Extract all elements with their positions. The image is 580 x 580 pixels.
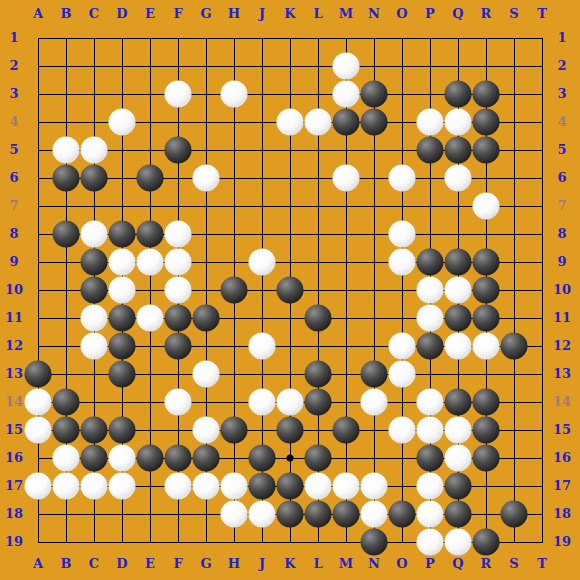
white-stone [389, 333, 416, 360]
white-stone [389, 249, 416, 276]
white-stone [81, 333, 108, 360]
column-label-top: K [278, 6, 302, 22]
column-label-bottom: S [502, 556, 526, 572]
column-label-bottom: G [194, 556, 218, 572]
row-label-left: 17 [2, 478, 26, 494]
white-stone [109, 473, 136, 500]
white-stone [389, 165, 416, 192]
column-label-top: L [306, 6, 330, 22]
white-stone [165, 473, 192, 500]
black-stone [445, 137, 472, 164]
column-label-top: M [334, 6, 358, 22]
column-label-bottom: O [390, 556, 414, 572]
black-stone [277, 417, 304, 444]
white-stone [417, 501, 444, 528]
column-label-bottom: T [530, 556, 554, 572]
row-label-right: 11 [550, 310, 574, 326]
white-stone [109, 445, 136, 472]
black-stone [137, 221, 164, 248]
column-label-bottom: E [138, 556, 162, 572]
row-label-right: 10 [550, 282, 574, 298]
black-stone [501, 333, 528, 360]
black-stone [165, 305, 192, 332]
column-label-top: E [138, 6, 162, 22]
black-stone [473, 137, 500, 164]
column-label-top: P [418, 6, 442, 22]
column-label-top: H [222, 6, 246, 22]
white-stone [445, 529, 472, 556]
row-label-right: 1 [550, 30, 574, 46]
black-stone [81, 249, 108, 276]
black-stone [165, 333, 192, 360]
row-label-right: 13 [550, 366, 574, 382]
row-label-left: 4 [2, 114, 26, 130]
black-stone [53, 165, 80, 192]
white-stone [473, 193, 500, 220]
column-label-bottom: B [54, 556, 78, 572]
row-label-left: 14 [2, 394, 26, 410]
white-stone [165, 249, 192, 276]
white-stone [417, 277, 444, 304]
column-label-top: S [502, 6, 526, 22]
white-stone [445, 165, 472, 192]
black-stone [305, 501, 332, 528]
black-stone [109, 305, 136, 332]
black-stone [473, 109, 500, 136]
white-stone [277, 109, 304, 136]
black-stone [221, 417, 248, 444]
column-label-bottom: Q [446, 556, 470, 572]
black-stone [473, 529, 500, 556]
column-label-top: J [250, 6, 274, 22]
row-label-left: 15 [2, 422, 26, 438]
white-stone [361, 501, 388, 528]
row-label-left: 12 [2, 338, 26, 354]
white-stone [389, 221, 416, 248]
black-stone [445, 389, 472, 416]
white-stone [249, 389, 276, 416]
black-stone [221, 277, 248, 304]
white-stone [221, 473, 248, 500]
row-label-left: 11 [2, 310, 26, 326]
black-stone [361, 361, 388, 388]
white-stone [137, 249, 164, 276]
column-label-top: O [390, 6, 414, 22]
row-label-left: 8 [2, 226, 26, 242]
row-label-right: 19 [550, 534, 574, 550]
white-stone [473, 333, 500, 360]
black-stone [53, 221, 80, 248]
row-label-left: 10 [2, 282, 26, 298]
black-stone [333, 109, 360, 136]
go-board: AABBCCDDEEFFGGHHJJKKLLMMNNOOPPQQRRSSTT11… [0, 0, 580, 580]
black-stone [305, 305, 332, 332]
column-label-top: B [54, 6, 78, 22]
black-stone [473, 389, 500, 416]
black-stone [361, 529, 388, 556]
white-stone [193, 417, 220, 444]
white-stone [305, 473, 332, 500]
column-label-top: T [530, 6, 554, 22]
white-stone [445, 417, 472, 444]
white-stone [81, 305, 108, 332]
black-stone [361, 109, 388, 136]
row-label-left: 18 [2, 506, 26, 522]
column-label-bottom: A [26, 556, 50, 572]
white-stone [193, 165, 220, 192]
black-stone [81, 277, 108, 304]
column-label-top: G [194, 6, 218, 22]
black-stone [81, 165, 108, 192]
row-label-left: 7 [2, 198, 26, 214]
row-label-right: 2 [550, 58, 574, 74]
black-stone [473, 81, 500, 108]
black-stone [473, 445, 500, 472]
black-stone [193, 445, 220, 472]
white-stone [165, 81, 192, 108]
white-stone [249, 249, 276, 276]
black-stone [417, 445, 444, 472]
white-stone [389, 417, 416, 444]
white-stone [25, 417, 52, 444]
column-label-top: Q [446, 6, 470, 22]
row-label-left: 1 [2, 30, 26, 46]
row-label-left: 13 [2, 366, 26, 382]
black-stone [361, 81, 388, 108]
white-stone [417, 389, 444, 416]
column-label-top: R [474, 6, 498, 22]
column-label-bottom: D [110, 556, 134, 572]
black-stone [109, 221, 136, 248]
black-stone [137, 165, 164, 192]
black-stone [277, 501, 304, 528]
row-label-right: 8 [550, 226, 574, 242]
black-stone [445, 305, 472, 332]
black-stone [417, 249, 444, 276]
black-stone [81, 417, 108, 444]
row-label-right: 5 [550, 142, 574, 158]
column-label-bottom: M [334, 556, 358, 572]
column-label-bottom: L [306, 556, 330, 572]
white-stone [361, 473, 388, 500]
white-stone [445, 333, 472, 360]
black-stone [249, 473, 276, 500]
white-stone [333, 165, 360, 192]
white-stone [389, 361, 416, 388]
column-label-bottom: C [82, 556, 106, 572]
row-label-right: 4 [550, 114, 574, 130]
row-label-right: 9 [550, 254, 574, 270]
black-stone [165, 445, 192, 472]
white-stone [25, 473, 52, 500]
black-stone [165, 137, 192, 164]
white-stone [53, 137, 80, 164]
black-stone [137, 445, 164, 472]
white-stone [249, 501, 276, 528]
black-stone [53, 417, 80, 444]
white-stone [109, 109, 136, 136]
white-stone [445, 277, 472, 304]
column-label-bottom: N [362, 556, 386, 572]
black-stone [277, 277, 304, 304]
black-stone [249, 445, 276, 472]
black-stone [53, 389, 80, 416]
black-stone [277, 473, 304, 500]
white-stone [137, 305, 164, 332]
row-label-right: 16 [550, 450, 574, 466]
black-stone [417, 333, 444, 360]
white-stone [333, 81, 360, 108]
row-label-right: 3 [550, 86, 574, 102]
white-stone [81, 221, 108, 248]
column-label-top: N [362, 6, 386, 22]
row-label-left: 2 [2, 58, 26, 74]
white-stone [417, 417, 444, 444]
black-stone [305, 445, 332, 472]
white-stone [193, 473, 220, 500]
column-label-bottom: P [418, 556, 442, 572]
black-stone [473, 305, 500, 332]
black-stone [333, 501, 360, 528]
white-stone [249, 333, 276, 360]
white-stone [53, 445, 80, 472]
white-stone [305, 109, 332, 136]
black-stone [305, 389, 332, 416]
black-stone [473, 417, 500, 444]
row-label-right: 18 [550, 506, 574, 522]
white-stone [221, 81, 248, 108]
column-label-top: A [26, 6, 50, 22]
row-label-left: 19 [2, 534, 26, 550]
white-stone [165, 389, 192, 416]
star-point [287, 455, 294, 462]
black-stone [445, 473, 472, 500]
white-stone [417, 529, 444, 556]
column-label-bottom: J [250, 556, 274, 572]
black-stone [473, 249, 500, 276]
row-label-left: 5 [2, 142, 26, 158]
white-stone [333, 53, 360, 80]
black-stone [473, 277, 500, 304]
row-label-right: 12 [550, 338, 574, 354]
black-stone [445, 249, 472, 276]
row-label-right: 7 [550, 198, 574, 214]
white-stone [53, 473, 80, 500]
white-stone [109, 249, 136, 276]
black-stone [193, 305, 220, 332]
white-stone [445, 445, 472, 472]
column-label-bottom: F [166, 556, 190, 572]
white-stone [445, 109, 472, 136]
white-stone [417, 305, 444, 332]
white-stone [333, 473, 360, 500]
column-label-top: C [82, 6, 106, 22]
row-label-right: 14 [550, 394, 574, 410]
black-stone [501, 501, 528, 528]
white-stone [165, 221, 192, 248]
black-stone [109, 417, 136, 444]
row-label-right: 6 [550, 170, 574, 186]
black-stone [109, 333, 136, 360]
row-label-right: 15 [550, 422, 574, 438]
white-stone [361, 389, 388, 416]
column-label-bottom: K [278, 556, 302, 572]
white-stone [109, 277, 136, 304]
white-stone [193, 361, 220, 388]
white-stone [277, 389, 304, 416]
column-label-bottom: H [222, 556, 246, 572]
row-label-left: 6 [2, 170, 26, 186]
white-stone [81, 137, 108, 164]
white-stone [25, 389, 52, 416]
black-stone [25, 361, 52, 388]
white-stone [417, 473, 444, 500]
black-stone [109, 361, 136, 388]
row-label-left: 9 [2, 254, 26, 270]
black-stone [333, 417, 360, 444]
white-stone [221, 501, 248, 528]
row-label-right: 17 [550, 478, 574, 494]
black-stone [389, 501, 416, 528]
black-stone [445, 501, 472, 528]
column-label-top: F [166, 6, 190, 22]
black-stone [305, 361, 332, 388]
column-label-bottom: R [474, 556, 498, 572]
black-stone [81, 445, 108, 472]
black-stone [417, 137, 444, 164]
white-stone [417, 109, 444, 136]
white-stone [165, 277, 192, 304]
white-stone [81, 473, 108, 500]
row-label-left: 3 [2, 86, 26, 102]
column-label-top: D [110, 6, 134, 22]
row-label-left: 16 [2, 450, 26, 466]
black-stone [445, 81, 472, 108]
